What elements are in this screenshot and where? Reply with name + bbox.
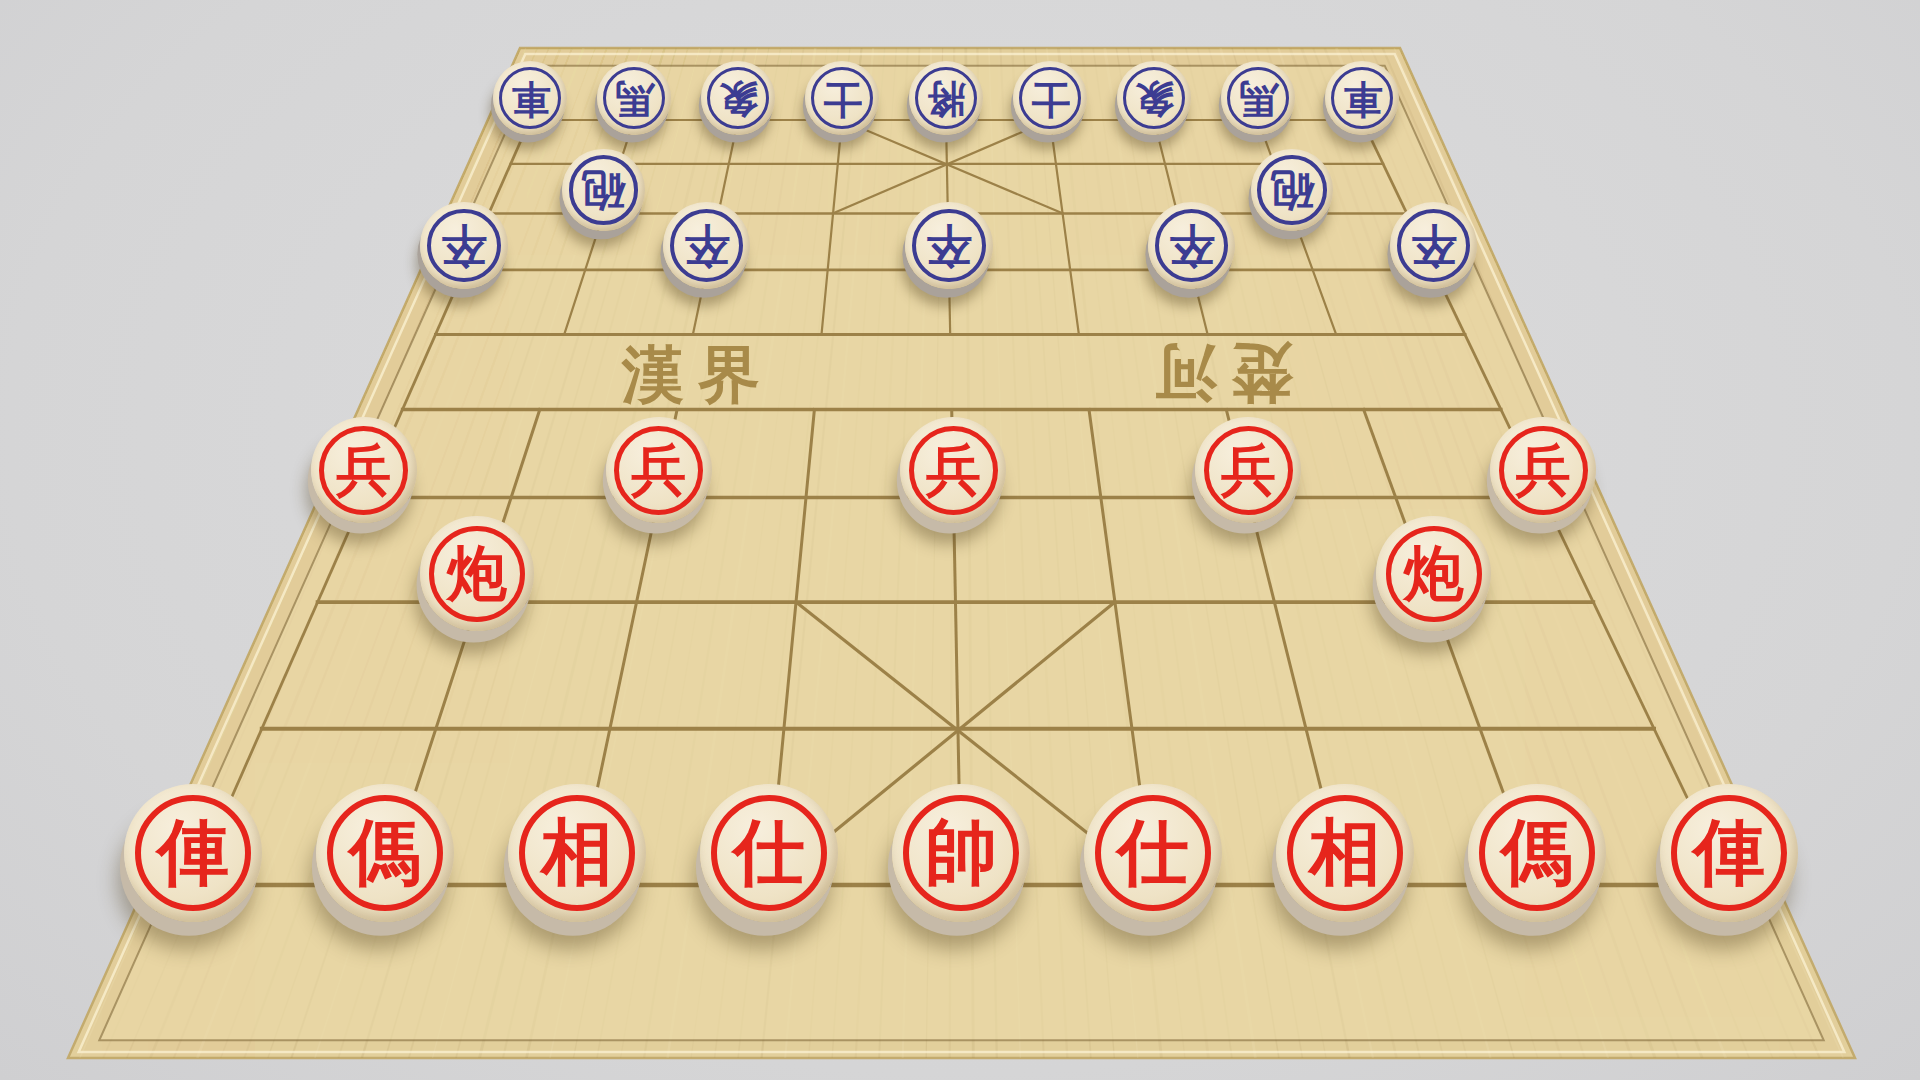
piece-glyph: 相	[508, 784, 646, 922]
piece-glyph: 俥	[124, 784, 262, 922]
piece-black-soldier[interactable]: 卒	[420, 202, 507, 289]
piece-glyph: 卒	[1390, 202, 1477, 289]
piece-glyph: 傌	[1468, 784, 1606, 922]
piece-glyph: 兵	[1195, 417, 1301, 523]
piece-black-elephant[interactable]: 象	[701, 61, 776, 136]
piece-glyph: 卒	[1148, 202, 1235, 289]
piece-glyph: 炮	[1376, 516, 1491, 631]
piece-black-advisor[interactable]: 士	[1013, 61, 1088, 136]
piece-glyph: 仕	[1084, 784, 1222, 922]
piece-glyph: 士	[1013, 61, 1088, 136]
piece-glyph: 仕	[700, 784, 838, 922]
piece-glyph: 砲	[1251, 149, 1334, 232]
piece-glyph: 兵	[900, 417, 1006, 523]
piece-red-cannon[interactable]: 炮	[1376, 516, 1491, 631]
scene: 漢界楚河 車馬象士將士象馬車砲砲卒卒卒卒卒兵兵兵兵兵炮炮俥傌相仕帥仕相傌俥	[0, 0, 1920, 1080]
piece-glyph: 傌	[316, 784, 454, 922]
piece-black-advisor[interactable]: 士	[805, 61, 880, 136]
piece-glyph: 俥	[1660, 784, 1798, 922]
piece-red-soldier[interactable]: 兵	[1490, 417, 1596, 523]
piece-glyph: 相	[1276, 784, 1414, 922]
piece-black-cannon[interactable]: 砲	[1251, 149, 1334, 232]
piece-red-elephant[interactable]: 相	[1276, 784, 1414, 922]
piece-black-horse[interactable]: 馬	[1221, 61, 1296, 136]
piece-glyph: 將	[909, 61, 984, 136]
piece-red-advisor[interactable]: 仕	[1084, 784, 1222, 922]
piece-glyph: 卒	[663, 202, 750, 289]
piece-glyph: 車	[493, 61, 568, 136]
piece-glyph: 馬	[1221, 61, 1296, 136]
piece-black-chariot[interactable]: 車	[493, 61, 568, 136]
piece-red-chariot[interactable]: 俥	[1660, 784, 1798, 922]
piece-red-elephant[interactable]: 相	[508, 784, 646, 922]
piece-glyph: 士	[805, 61, 880, 136]
piece-red-soldier[interactable]: 兵	[606, 417, 712, 523]
piece-red-cannon[interactable]: 炮	[420, 516, 535, 631]
piece-black-general[interactable]: 將	[909, 61, 984, 136]
piece-glyph: 車	[1325, 61, 1400, 136]
piece-glyph: 兵	[311, 417, 417, 523]
piece-red-chariot[interactable]: 俥	[124, 784, 262, 922]
piece-red-soldier[interactable]: 兵	[311, 417, 417, 523]
piece-black-elephant[interactable]: 象	[1117, 61, 1192, 136]
piece-black-horse[interactable]: 馬	[597, 61, 672, 136]
piece-red-general[interactable]: 帥	[892, 784, 1030, 922]
piece-black-chariot[interactable]: 車	[1325, 61, 1400, 136]
piece-glyph: 帥	[892, 784, 1030, 922]
piece-red-soldier[interactable]: 兵	[900, 417, 1006, 523]
piece-red-horse[interactable]: 傌	[1468, 784, 1606, 922]
piece-black-cannon[interactable]: 砲	[562, 149, 645, 232]
piece-black-soldier[interactable]: 卒	[1148, 202, 1235, 289]
pieces-layer: 車馬象士將士象馬車砲砲卒卒卒卒卒兵兵兵兵兵炮炮俥傌相仕帥仕相傌俥	[0, 0, 1920, 1080]
piece-black-soldier[interactable]: 卒	[905, 202, 992, 289]
piece-glyph: 卒	[905, 202, 992, 289]
piece-glyph: 象	[1117, 61, 1192, 136]
piece-glyph: 兵	[606, 417, 712, 523]
piece-red-soldier[interactable]: 兵	[1195, 417, 1301, 523]
piece-red-advisor[interactable]: 仕	[700, 784, 838, 922]
piece-black-soldier[interactable]: 卒	[1390, 202, 1477, 289]
piece-glyph: 砲	[562, 149, 645, 232]
piece-black-soldier[interactable]: 卒	[663, 202, 750, 289]
piece-glyph: 馬	[597, 61, 672, 136]
piece-glyph: 兵	[1490, 417, 1596, 523]
piece-glyph: 卒	[420, 202, 507, 289]
piece-glyph: 炮	[420, 516, 535, 631]
piece-red-horse[interactable]: 傌	[316, 784, 454, 922]
piece-glyph: 象	[701, 61, 776, 136]
